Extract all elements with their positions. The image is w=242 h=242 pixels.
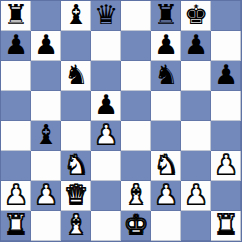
square-a2[interactable]: ♟ bbox=[1, 181, 31, 211]
square-e5[interactable] bbox=[121, 91, 151, 121]
square-e7[interactable] bbox=[121, 31, 151, 61]
square-c6[interactable]: ♞ bbox=[61, 61, 91, 91]
white-knight-icon[interactable]: ♞ bbox=[64, 151, 88, 180]
square-d4[interactable]: ♟ bbox=[91, 121, 121, 151]
black-pawn-icon[interactable]: ♟ bbox=[184, 31, 208, 60]
square-e1[interactable]: ♚ bbox=[121, 211, 151, 241]
square-a1[interactable]: ♜ bbox=[1, 211, 31, 241]
black-pawn-icon[interactable]: ♟ bbox=[214, 61, 238, 90]
square-b1[interactable] bbox=[31, 211, 61, 241]
square-e6[interactable] bbox=[121, 61, 151, 91]
square-a4[interactable] bbox=[1, 121, 31, 151]
square-c3[interactable]: ♞ bbox=[61, 151, 91, 181]
white-bishop-icon[interactable]: ♝ bbox=[124, 181, 148, 210]
square-b3[interactable] bbox=[31, 151, 61, 181]
square-f7[interactable]: ♟ bbox=[151, 31, 181, 61]
square-g6[interactable] bbox=[181, 61, 211, 91]
square-e4[interactable] bbox=[121, 121, 151, 151]
white-bishop-icon[interactable]: ♝ bbox=[64, 211, 88, 240]
white-pawn-icon[interactable]: ♟ bbox=[154, 181, 178, 210]
white-pawn-icon[interactable]: ♟ bbox=[184, 181, 208, 210]
square-h2[interactable] bbox=[211, 181, 241, 211]
square-b6[interactable] bbox=[31, 61, 61, 91]
white-pawn-icon[interactable]: ♟ bbox=[34, 181, 58, 210]
square-c2[interactable]: ♛ bbox=[61, 181, 91, 211]
black-pawn-icon[interactable]: ♟ bbox=[94, 91, 118, 120]
square-c7[interactable] bbox=[61, 31, 91, 61]
square-f6[interactable]: ♞ bbox=[151, 61, 181, 91]
square-b2[interactable]: ♟ bbox=[31, 181, 61, 211]
square-a8[interactable]: ♜ bbox=[1, 1, 31, 31]
black-rook-icon[interactable]: ♜ bbox=[154, 1, 178, 30]
black-knight-icon[interactable]: ♞ bbox=[154, 61, 178, 90]
square-b8[interactable] bbox=[31, 1, 61, 31]
square-a5[interactable] bbox=[1, 91, 31, 121]
square-g3[interactable] bbox=[181, 151, 211, 181]
white-knight-icon[interactable]: ♞ bbox=[154, 151, 178, 180]
square-f3[interactable]: ♞ bbox=[151, 151, 181, 181]
square-h5[interactable] bbox=[211, 91, 241, 121]
square-d1[interactable] bbox=[91, 211, 121, 241]
square-d8[interactable]: ♛ bbox=[91, 1, 121, 31]
square-d2[interactable] bbox=[91, 181, 121, 211]
square-h8[interactable] bbox=[211, 1, 241, 31]
white-pawn-icon[interactable]: ♟ bbox=[214, 151, 238, 180]
square-c5[interactable] bbox=[61, 91, 91, 121]
square-f5[interactable] bbox=[151, 91, 181, 121]
white-pawn-icon[interactable]: ♟ bbox=[4, 181, 28, 210]
square-g2[interactable]: ♟ bbox=[181, 181, 211, 211]
black-bishop-icon[interactable]: ♝ bbox=[64, 1, 88, 30]
black-queen-icon[interactable]: ♛ bbox=[94, 1, 118, 30]
white-rook-icon[interactable]: ♜ bbox=[214, 211, 238, 240]
black-king-icon[interactable]: ♚ bbox=[184, 1, 208, 30]
white-queen-icon[interactable]: ♛ bbox=[64, 181, 88, 210]
square-e2[interactable]: ♝ bbox=[121, 181, 151, 211]
square-d5[interactable]: ♟ bbox=[91, 91, 121, 121]
square-g7[interactable]: ♟ bbox=[181, 31, 211, 61]
square-f2[interactable]: ♟ bbox=[151, 181, 181, 211]
square-c1[interactable]: ♝ bbox=[61, 211, 91, 241]
black-pawn-icon[interactable]: ♟ bbox=[4, 31, 28, 60]
square-d7[interactable] bbox=[91, 31, 121, 61]
square-a7[interactable]: ♟ bbox=[1, 31, 31, 61]
square-f4[interactable] bbox=[151, 121, 181, 151]
black-knight-icon[interactable]: ♞ bbox=[64, 61, 88, 90]
white-pawn-icon[interactable]: ♟ bbox=[94, 121, 118, 150]
white-king-icon[interactable]: ♚ bbox=[124, 211, 148, 240]
square-d3[interactable] bbox=[91, 151, 121, 181]
square-h3[interactable]: ♟ bbox=[211, 151, 241, 181]
square-g8[interactable]: ♚ bbox=[181, 1, 211, 31]
black-rook-icon[interactable]: ♜ bbox=[4, 1, 28, 30]
square-c4[interactable] bbox=[61, 121, 91, 151]
square-f8[interactable]: ♜ bbox=[151, 1, 181, 31]
square-g1[interactable] bbox=[181, 211, 211, 241]
square-c8[interactable]: ♝ bbox=[61, 1, 91, 31]
square-g5[interactable] bbox=[181, 91, 211, 121]
white-rook-icon[interactable]: ♜ bbox=[4, 211, 28, 240]
black-pawn-icon[interactable]: ♟ bbox=[34, 31, 58, 60]
chess-board: ♜♝♛♜♚♟♟♟♟♞♞♟♟♝♟♞♞♟♟♟♛♝♟♟♜♝♚♜ bbox=[0, 0, 242, 242]
square-d6[interactable] bbox=[91, 61, 121, 91]
black-bishop-icon[interactable]: ♝ bbox=[34, 121, 58, 150]
square-b4[interactable]: ♝ bbox=[31, 121, 61, 151]
black-pawn-icon[interactable]: ♟ bbox=[154, 31, 178, 60]
square-b5[interactable] bbox=[31, 91, 61, 121]
square-h4[interactable] bbox=[211, 121, 241, 151]
square-f1[interactable] bbox=[151, 211, 181, 241]
square-e8[interactable] bbox=[121, 1, 151, 31]
square-g4[interactable] bbox=[181, 121, 211, 151]
square-h1[interactable]: ♜ bbox=[211, 211, 241, 241]
square-a3[interactable] bbox=[1, 151, 31, 181]
square-e3[interactable] bbox=[121, 151, 151, 181]
square-h7[interactable] bbox=[211, 31, 241, 61]
square-a6[interactable] bbox=[1, 61, 31, 91]
square-h6[interactable]: ♟ bbox=[211, 61, 241, 91]
square-b7[interactable]: ♟ bbox=[31, 31, 61, 61]
